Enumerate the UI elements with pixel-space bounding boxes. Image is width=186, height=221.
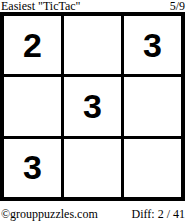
puzzle-page: Easiest "TicTac" 5/9 2 3 3 3 ©grouppuzzl…: [0, 0, 186, 221]
cell-r1c1[interactable]: 2: [4, 16, 61, 74]
puzzle-footer: ©grouppuzzles.com Diff: 2 / 41: [0, 205, 186, 221]
difficulty-text: Diff: 2 / 41: [132, 207, 185, 221]
cell-r2c3[interactable]: [124, 77, 181, 135]
cell-r2c2[interactable]: 3: [64, 77, 121, 135]
puzzle-header: Easiest "TicTac" 5/9: [0, 0, 186, 12]
cell-r1c2[interactable]: [64, 16, 121, 74]
cell-r3c3[interactable]: [124, 139, 181, 197]
puzzle-counter: 5/9: [170, 0, 185, 12]
cell-r3c2[interactable]: [64, 139, 121, 197]
cell-r1c3[interactable]: 3: [124, 16, 181, 74]
cell-r3c1[interactable]: 3: [4, 139, 61, 197]
puzzle-board: 2 3 3 3: [0, 12, 185, 201]
copyright-text: ©grouppuzzles.com: [1, 207, 98, 221]
cell-r2c1[interactable]: [4, 77, 61, 135]
puzzle-title: Easiest "TicTac": [1, 0, 81, 12]
